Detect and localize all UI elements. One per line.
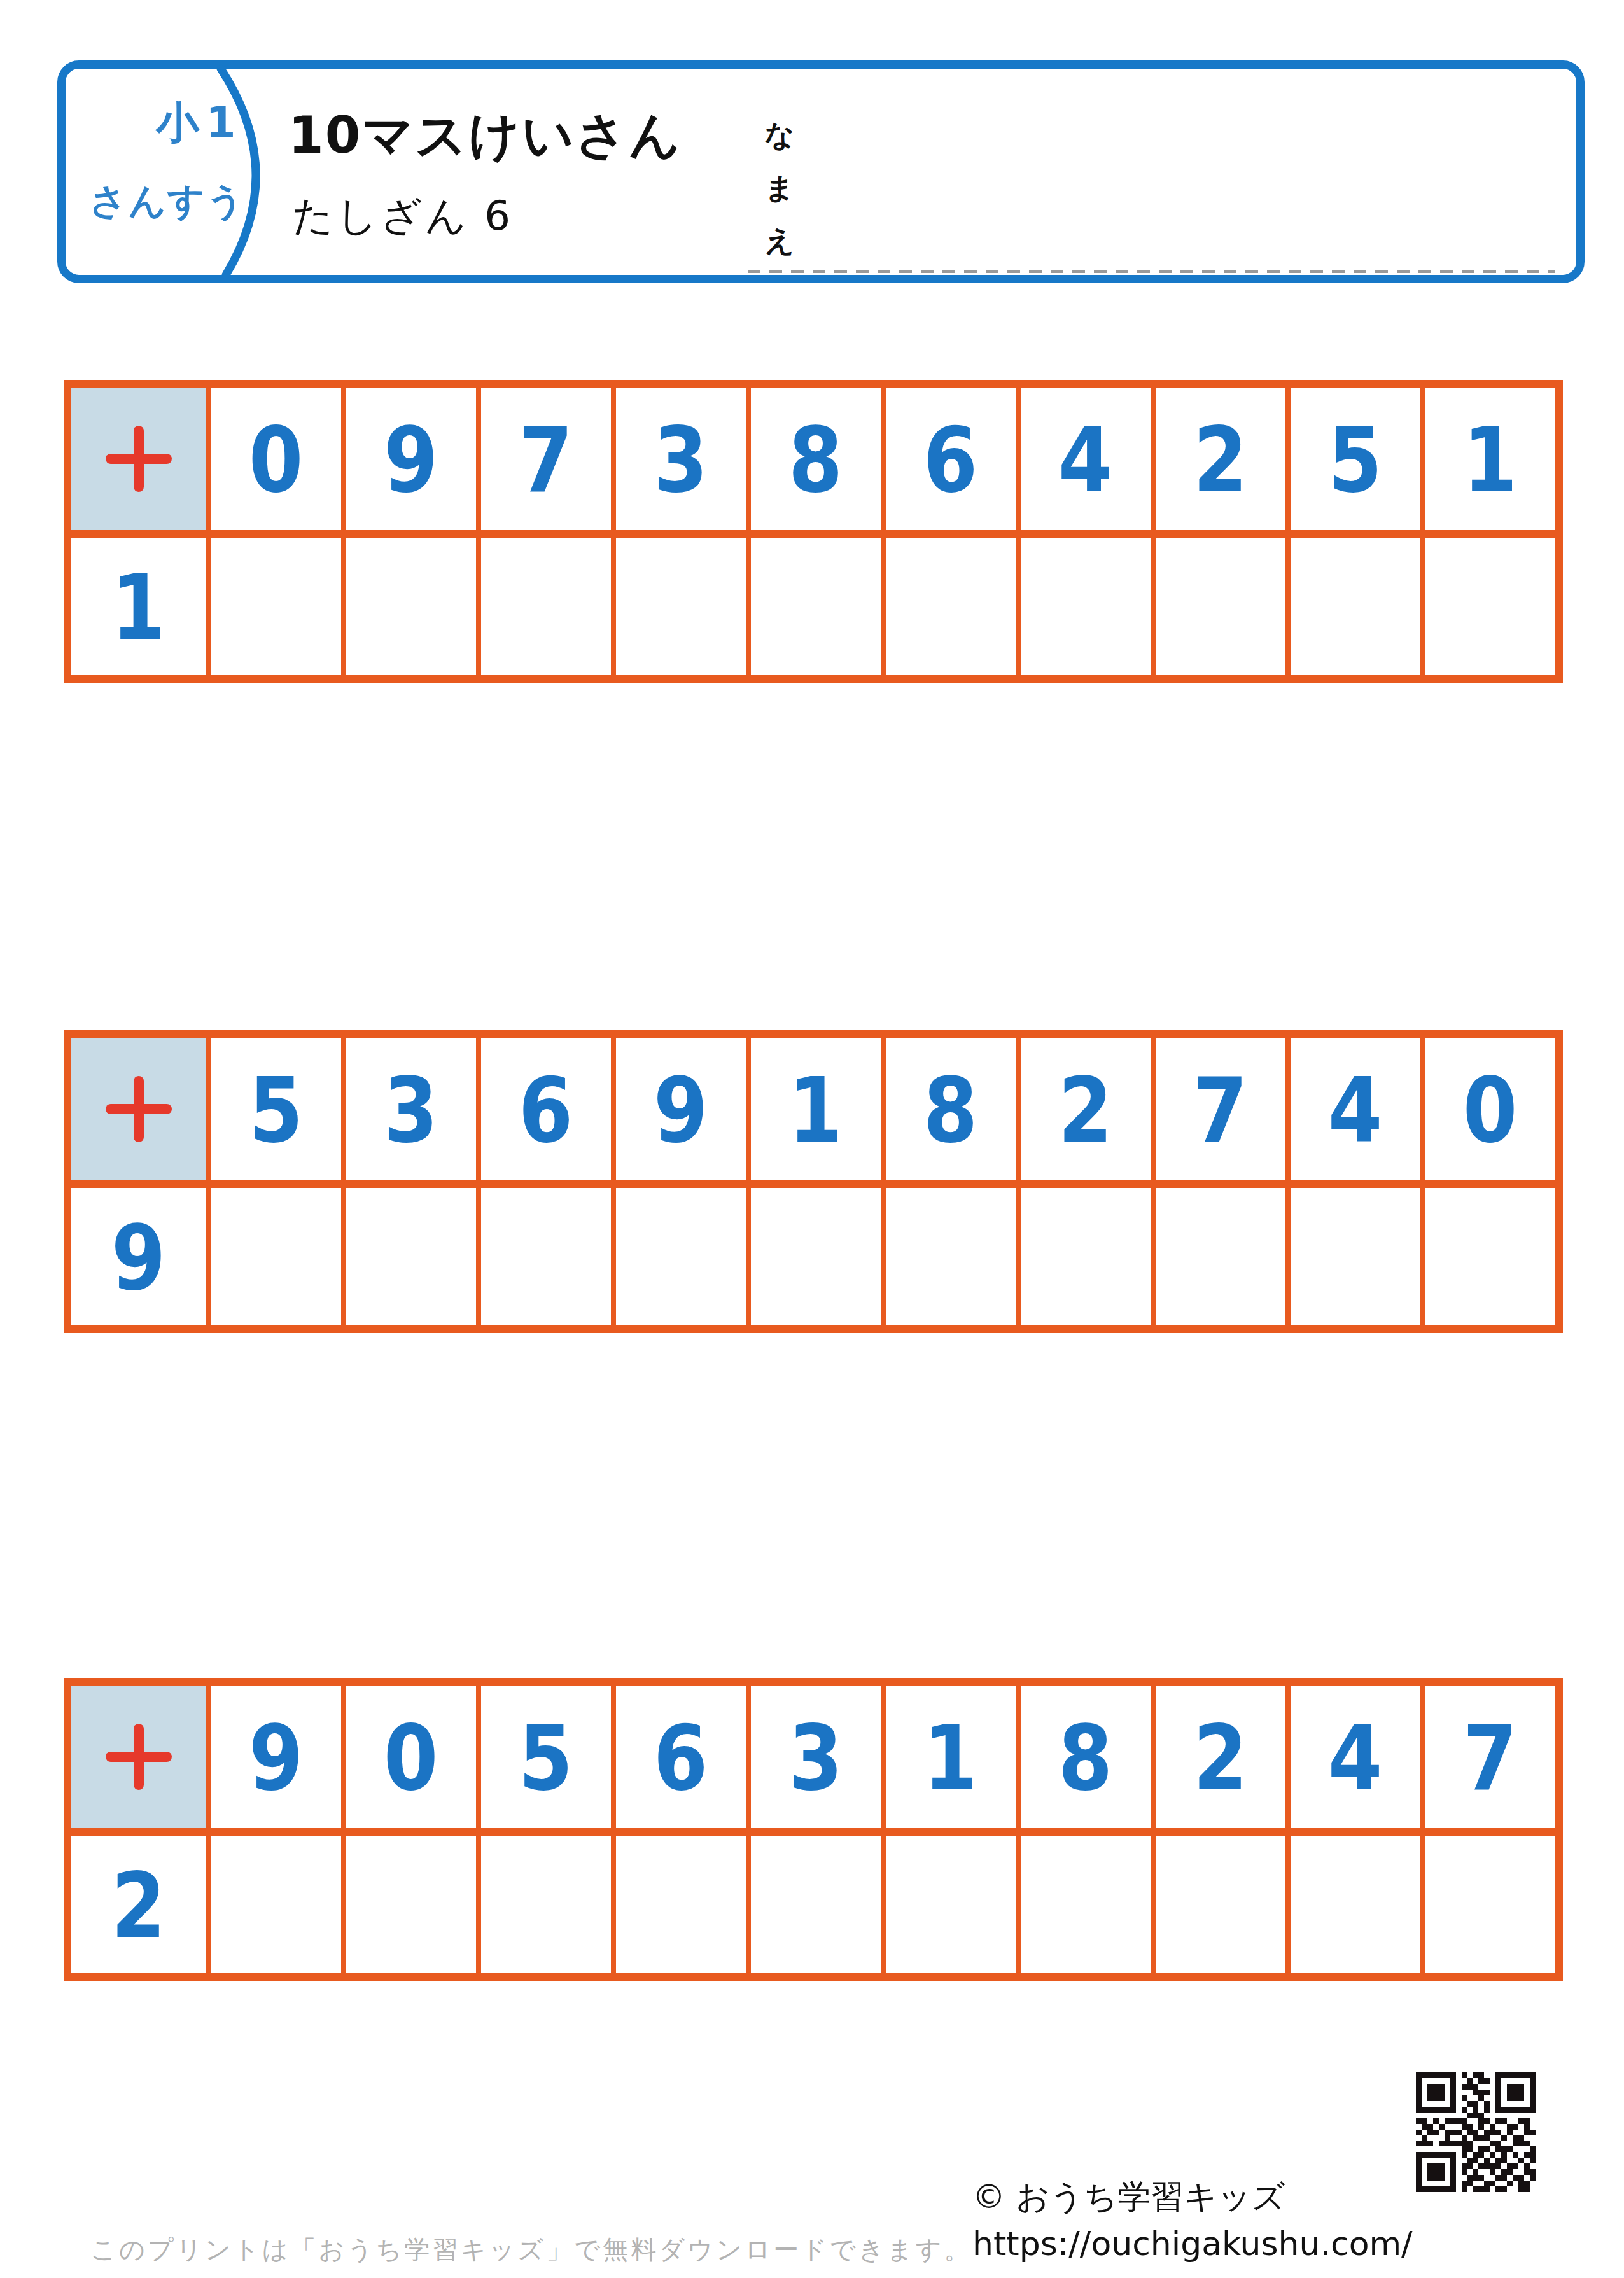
answer-cell [1285,1836,1420,1973]
top-number-cell: 6 [611,1686,746,1836]
top-number-cell: 0 [206,388,341,538]
top-number-cell: 9 [611,1038,746,1188]
top-number-cell: 2 [1016,1038,1151,1188]
plus-cell [71,1686,206,1836]
answer-cell [1016,1188,1151,1325]
top-number: 6 [654,1714,708,1803]
top-number-cell: 5 [476,1686,611,1836]
answer-cell [341,1188,476,1325]
top-number: 4 [1328,1714,1383,1803]
top-number-cell: 7 [1420,1686,1555,1836]
worksheet-title: 10マスけいさん [288,102,682,171]
answer-cell [1151,538,1285,675]
top-number: 3 [384,1066,438,1156]
top-number: 0 [249,416,304,505]
top-number: 8 [923,1066,978,1156]
top-number: 7 [1193,1066,1248,1156]
operand-cell: 2 [71,1836,206,1973]
answer-cell [1151,1836,1285,1973]
header-box: 小1 さんすう 10マスけいさん たしざん 6 なまえ [57,60,1585,283]
top-number: 8 [1058,1714,1113,1803]
top-number-cell: 1 [1420,388,1555,538]
left-operand: 9 [111,1214,166,1303]
header-divider-curve [66,69,1576,275]
addition-grid-2: 5 3 6 9 1 8 2 7 4 0 9 [64,1030,1563,1333]
top-number: 9 [249,1714,304,1803]
plus-icon [106,1076,172,1142]
answer-cell [746,1188,881,1325]
qr-code-icon [1416,2072,1536,2192]
top-number: 8 [788,416,843,505]
name-underline [748,270,1555,273]
answer-cell [611,538,746,675]
site-url: https://ouchigakushu.com/ [972,2225,1413,2263]
top-number: 3 [788,1714,843,1803]
top-number-cell: 3 [611,388,746,538]
top-number: 9 [654,1066,708,1156]
answer-cell [881,538,1016,675]
operand-cell: 1 [71,538,206,675]
top-number: 0 [1463,1066,1518,1156]
answer-cell [611,1836,746,1973]
answer-cell [881,1836,1016,1973]
answer-cell [1420,1188,1555,1325]
top-number-cell: 5 [206,1038,341,1188]
answer-cell [1151,1188,1285,1325]
plus-icon [106,426,172,492]
answer-cell [611,1188,746,1325]
top-number: 6 [519,1066,573,1156]
top-number: 0 [384,1714,438,1803]
top-number-cell: 7 [1151,1038,1285,1188]
grade-label: 小1 [136,94,263,152]
operand-cell: 9 [71,1188,206,1325]
top-number: 2 [1193,1714,1248,1803]
top-number-cell: 0 [341,1686,476,1836]
top-number-cell: 1 [881,1686,1016,1836]
subject-label: さんすう [72,177,263,227]
answer-cell [476,1836,611,1973]
answer-cell [1285,538,1420,675]
answer-cell [1285,1188,1420,1325]
top-number-cell: 3 [341,1038,476,1188]
top-number: 7 [1463,1714,1518,1803]
copyright-text: © おうち学習キッズ [972,2175,1285,2219]
top-number-cell: 6 [476,1038,611,1188]
top-number-cell: 3 [746,1686,881,1836]
top-number: 5 [519,1714,573,1803]
top-number: 2 [1193,416,1248,505]
answer-cell [1420,1836,1555,1973]
answer-cell [341,1836,476,1973]
top-number-cell: 1 [746,1038,881,1188]
top-number: 1 [923,1714,978,1803]
answer-cell [746,1836,881,1973]
answer-cell [476,1188,611,1325]
answer-cell [206,538,341,675]
answer-cell [206,1836,341,1973]
top-number-cell: 4 [1285,1038,1420,1188]
addition-grid-1: 0 9 7 3 8 6 4 2 5 1 1 [64,380,1563,683]
plus-cell [71,1038,206,1188]
top-number: 7 [519,416,573,505]
answer-cell [1420,538,1555,675]
top-number-cell: 2 [1151,388,1285,538]
answer-cell [206,1188,341,1325]
left-operand: 2 [111,1862,166,1951]
top-number: 9 [384,416,438,505]
top-number-cell: 7 [476,388,611,538]
top-number-cell: 0 [1420,1038,1555,1188]
top-number-cell: 4 [1285,1686,1420,1836]
worksheet-page: 小1 さんすう 10マスけいさん たしざん 6 なまえ 0 9 7 3 8 6 … [0,0,1624,2278]
left-operand: 1 [111,564,166,653]
answer-cell [476,538,611,675]
top-number: 1 [788,1066,843,1156]
answer-cell [746,538,881,675]
answer-cell [1016,538,1151,675]
top-number-cell: 8 [746,388,881,538]
answer-cell [1016,1836,1151,1973]
top-number: 4 [1058,416,1113,505]
name-label: なまえ [760,101,800,258]
top-number-cell: 5 [1285,388,1420,538]
top-number-cell: 9 [341,388,476,538]
top-number: 6 [923,416,978,505]
top-number-cell: 4 [1016,388,1151,538]
top-number-cell: 8 [1016,1686,1151,1836]
top-number-cell: 2 [1151,1686,1285,1836]
top-number: 5 [249,1066,304,1156]
top-number: 4 [1328,1066,1383,1156]
top-number-cell: 6 [881,388,1016,538]
top-number: 5 [1328,416,1383,505]
answer-cell [881,1188,1016,1325]
top-number: 1 [1463,416,1518,505]
footer-note: このプリントは「おうち学習キッズ」で無料ダウンロードできます。 [90,2232,972,2267]
addition-grid-3: 9 0 5 6 3 1 8 2 4 7 2 [64,1678,1563,1981]
top-number: 2 [1058,1066,1113,1156]
plus-icon [106,1724,172,1790]
top-number-cell: 9 [206,1686,341,1836]
top-number: 3 [654,416,708,505]
top-number-cell: 8 [881,1038,1016,1188]
worksheet-subtitle: たしざん 6 [292,188,513,244]
answer-cell [341,538,476,675]
plus-cell [71,388,206,538]
